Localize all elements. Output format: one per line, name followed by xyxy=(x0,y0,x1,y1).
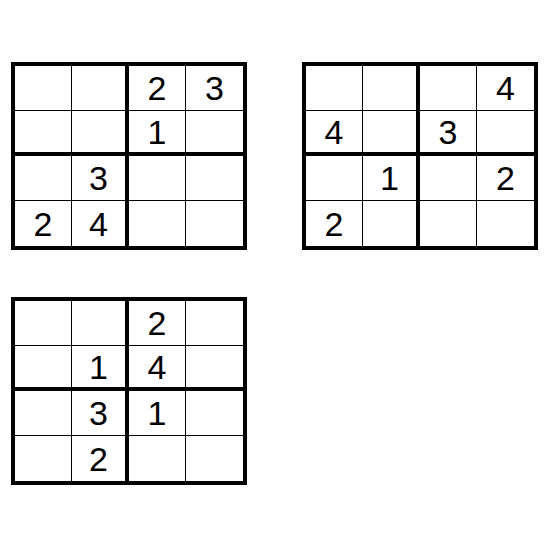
grid3-cell-r3c4[interactable] xyxy=(186,391,243,436)
grid1-cell-r1c3: 2 xyxy=(129,66,186,111)
grid3-cell-r3c1[interactable] xyxy=(15,391,72,436)
grid2-cell-r3c4: 2 xyxy=(477,156,534,201)
grid1-cell-r4c2: 4 xyxy=(72,201,129,246)
grid3-cell-r2c1[interactable] xyxy=(15,346,72,391)
grid3-cell-r4c4[interactable] xyxy=(186,436,243,481)
grid2-cell-r3c2: 1 xyxy=(363,156,420,201)
grid2-cell-r4c3[interactable] xyxy=(420,201,477,246)
grid1-cell-r1c4: 3 xyxy=(186,66,243,111)
grid1-cell-r4c3[interactable] xyxy=(129,201,186,246)
grid2-cell-r3c1[interactable] xyxy=(306,156,363,201)
grid1-cell-r1c1[interactable] xyxy=(15,66,72,111)
grid1-cell-r2c2[interactable] xyxy=(72,111,129,156)
grid2-cell-r4c2[interactable] xyxy=(363,201,420,246)
grid1-cell-r3c3[interactable] xyxy=(129,156,186,201)
sudoku-grid-3: 2 1 4 3 1 2 xyxy=(11,297,247,485)
grid2-cell-r4c4[interactable] xyxy=(477,201,534,246)
sudoku-grid-1: 2 3 1 3 2 4 xyxy=(11,62,247,250)
grid2-cell-r1c4: 4 xyxy=(477,66,534,111)
grid2-cell-r1c1[interactable] xyxy=(306,66,363,111)
sudoku-grid-2: 4 4 3 1 2 2 xyxy=(302,62,538,250)
grid1-cell-r1c2[interactable] xyxy=(72,66,129,111)
grid3-cell-r1c4[interactable] xyxy=(186,301,243,346)
grid1-cell-r3c1[interactable] xyxy=(15,156,72,201)
grid3-cell-r1c3: 2 xyxy=(129,301,186,346)
grid2-cell-r4c1: 2 xyxy=(306,201,363,246)
grid3-cell-r2c3: 4 xyxy=(129,346,186,391)
grid1-cell-r4c4[interactable] xyxy=(186,201,243,246)
grid2-cell-r2c2[interactable] xyxy=(363,111,420,156)
grid2-cell-r2c1: 4 xyxy=(306,111,363,156)
grid2-cell-r2c4[interactable] xyxy=(477,111,534,156)
grid3-cell-r2c2: 1 xyxy=(72,346,129,391)
sudoku-worksheet: 2 3 1 3 2 4 4 4 3 1 2 2 2 xyxy=(0,0,550,550)
grid2-cell-r3c3[interactable] xyxy=(420,156,477,201)
grid3-cell-r3c2: 3 xyxy=(72,391,129,436)
grid3-cell-r1c2[interactable] xyxy=(72,301,129,346)
grid3-cell-r4c3[interactable] xyxy=(129,436,186,481)
grid1-cell-r2c4[interactable] xyxy=(186,111,243,156)
grid1-cell-r3c2: 3 xyxy=(72,156,129,201)
grid2-cell-r2c3: 3 xyxy=(420,111,477,156)
grid2-cell-r1c3[interactable] xyxy=(420,66,477,111)
grid3-cell-r4c1[interactable] xyxy=(15,436,72,481)
grid3-cell-r2c4[interactable] xyxy=(186,346,243,391)
grid3-cell-r4c2: 2 xyxy=(72,436,129,481)
grid3-cell-r3c3: 1 xyxy=(129,391,186,436)
grid1-cell-r2c3: 1 xyxy=(129,111,186,156)
grid2-cell-r1c2[interactable] xyxy=(363,66,420,111)
grid1-cell-r4c1: 2 xyxy=(15,201,72,246)
grid1-cell-r2c1[interactable] xyxy=(15,111,72,156)
grid1-cell-r3c4[interactable] xyxy=(186,156,243,201)
grid3-cell-r1c1[interactable] xyxy=(15,301,72,346)
